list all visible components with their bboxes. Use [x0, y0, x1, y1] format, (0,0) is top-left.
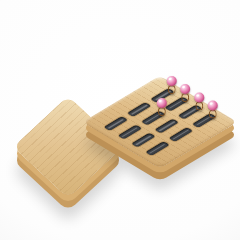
ring-gem — [167, 76, 177, 86]
ring-gem — [157, 98, 167, 108]
ring — [154, 98, 170, 116]
ring-band — [195, 101, 203, 110]
ring — [205, 101, 221, 119]
product-photo-stage — [0, 0, 240, 240]
ring-gem — [180, 84, 190, 94]
ring-band — [168, 85, 176, 94]
ring-gem — [194, 92, 204, 102]
ring-band — [181, 93, 189, 102]
ring-gem — [208, 101, 218, 111]
ring-band — [158, 107, 166, 116]
ring-band — [209, 110, 217, 119]
